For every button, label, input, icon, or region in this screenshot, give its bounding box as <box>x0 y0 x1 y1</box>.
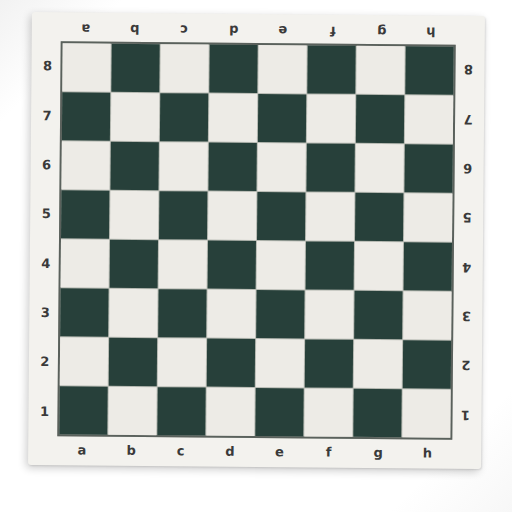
square-c1[interactable] <box>157 387 205 435</box>
square-f5[interactable] <box>306 192 354 240</box>
square-a1[interactable] <box>59 386 107 434</box>
square-a2[interactable] <box>59 337 107 385</box>
square-f1[interactable] <box>304 388 352 436</box>
rank-label-right-6: 6 <box>460 162 474 175</box>
rank-label-right-3: 3 <box>459 310 473 323</box>
square-b6[interactable] <box>110 142 158 190</box>
square-a5[interactable] <box>61 190 109 238</box>
square-d8[interactable] <box>209 45 257 93</box>
square-b7[interactable] <box>110 93 158 141</box>
rank-label-right-2: 2 <box>458 359 472 372</box>
square-e2[interactable] <box>255 339 303 387</box>
square-c4[interactable] <box>158 240 206 288</box>
square-e4[interactable] <box>256 241 304 289</box>
square-h4[interactable] <box>403 242 451 290</box>
square-e8[interactable] <box>258 45 306 93</box>
square-e3[interactable] <box>256 290 304 338</box>
square-d5[interactable] <box>208 192 256 240</box>
square-d4[interactable] <box>207 241 255 289</box>
file-label-bottom-g: g <box>371 446 385 459</box>
file-label-top-b: b <box>127 22 141 35</box>
file-label-top-e: e <box>275 24 289 37</box>
rank-label-left-6: 6 <box>39 158 53 171</box>
square-d1[interactable] <box>206 388 254 436</box>
rank-label-left-2: 2 <box>37 356 51 369</box>
square-e7[interactable] <box>257 94 305 142</box>
rank-label-left-5: 5 <box>39 207 53 220</box>
square-g2[interactable] <box>353 340 401 388</box>
rank-label-left-8: 8 <box>40 59 54 72</box>
square-a3[interactable] <box>60 288 108 336</box>
square-h7[interactable] <box>404 95 452 143</box>
file-label-bottom-b: b <box>124 443 138 456</box>
file-label-bottom-c: c <box>173 444 187 457</box>
photo-background: abcdefgh 87654321 87654321 abcdefgh <box>0 0 512 512</box>
square-c7[interactable] <box>159 93 207 141</box>
square-c2[interactable] <box>157 338 205 386</box>
square-c5[interactable] <box>159 191 207 239</box>
square-g5[interactable] <box>355 193 403 241</box>
square-f7[interactable] <box>306 94 354 142</box>
square-g1[interactable] <box>353 389 401 437</box>
square-e1[interactable] <box>255 388 303 436</box>
square-b5[interactable] <box>110 191 158 239</box>
file-label-bottom-f: f <box>321 445 335 458</box>
square-g6[interactable] <box>355 144 403 192</box>
file-label-bottom-a: a <box>74 443 88 456</box>
square-c6[interactable] <box>159 142 207 190</box>
file-label-top-f: f <box>325 24 339 37</box>
square-b1[interactable] <box>108 387 156 435</box>
square-h2[interactable] <box>402 340 450 388</box>
rank-label-left-1: 1 <box>37 405 51 418</box>
square-a7[interactable] <box>61 92 109 140</box>
square-f6[interactable] <box>306 143 354 191</box>
square-h1[interactable] <box>402 389 450 437</box>
square-c8[interactable] <box>160 44 208 92</box>
file-label-top-c: c <box>177 23 191 36</box>
square-h6[interactable] <box>404 144 452 192</box>
square-e5[interactable] <box>257 192 305 240</box>
chessboard-mat: abcdefgh 87654321 87654321 abcdefgh <box>28 12 485 469</box>
rank-label-left-4: 4 <box>38 257 52 270</box>
right-rank-labels: 87654321 <box>452 45 481 440</box>
square-h8[interactable] <box>405 46 453 94</box>
square-f8[interactable] <box>307 45 355 93</box>
left-rank-labels: 87654321 <box>31 41 60 436</box>
rank-label-right-7: 7 <box>461 112 475 125</box>
square-f2[interactable] <box>304 339 352 387</box>
square-f4[interactable] <box>305 241 353 289</box>
square-a4[interactable] <box>60 239 108 287</box>
rank-label-left-7: 7 <box>40 109 54 122</box>
square-g7[interactable] <box>355 95 403 143</box>
file-label-top-h: h <box>424 25 438 38</box>
square-d2[interactable] <box>206 339 254 387</box>
file-label-top-d: d <box>226 23 240 36</box>
square-h3[interactable] <box>403 291 451 339</box>
rank-label-left-3: 3 <box>38 306 52 319</box>
rank-label-right-4: 4 <box>459 260 473 273</box>
square-b2[interactable] <box>108 338 156 386</box>
square-g4[interactable] <box>354 242 402 290</box>
square-g3[interactable] <box>354 291 402 339</box>
file-label-top-a: a <box>78 22 92 35</box>
square-d3[interactable] <box>207 290 255 338</box>
square-d7[interactable] <box>208 94 256 142</box>
file-label-bottom-d: d <box>222 444 236 457</box>
square-b3[interactable] <box>109 289 157 337</box>
file-label-top-g: g <box>374 25 388 38</box>
file-label-bottom-h: h <box>420 446 434 459</box>
rank-label-right-5: 5 <box>460 211 474 224</box>
rank-label-right-8: 8 <box>461 63 475 76</box>
bottom-file-labels: abcdefgh <box>57 436 452 465</box>
square-c3[interactable] <box>158 289 206 337</box>
square-h5[interactable] <box>403 193 451 241</box>
square-e6[interactable] <box>257 143 305 191</box>
file-label-bottom-e: e <box>272 445 286 458</box>
rank-label-right-1: 1 <box>458 409 472 422</box>
square-a6[interactable] <box>61 141 109 189</box>
chessboard[interactable] <box>57 41 455 439</box>
square-a8[interactable] <box>62 43 110 91</box>
square-g8[interactable] <box>356 46 404 94</box>
top-file-labels: abcdefgh <box>60 15 455 44</box>
square-b8[interactable] <box>111 44 159 92</box>
square-d6[interactable] <box>208 143 256 191</box>
square-b4[interactable] <box>109 240 157 288</box>
square-f3[interactable] <box>305 290 353 338</box>
